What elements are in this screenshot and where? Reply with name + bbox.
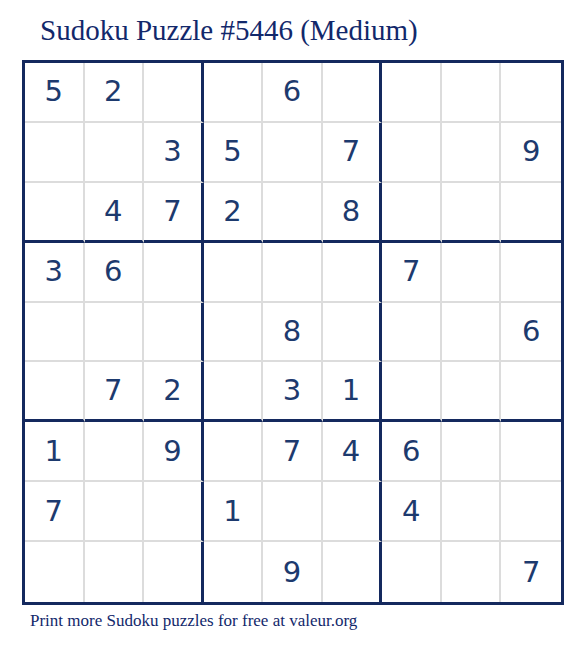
page-title: Sudoku Puzzle #5446 (Medium) <box>40 14 418 47</box>
cell-r9c6[interactable] <box>323 542 383 602</box>
cell-r7c9[interactable] <box>501 422 561 482</box>
cell-r6c2: 7 <box>85 362 145 422</box>
cell-r4c6[interactable] <box>323 243 383 303</box>
cell-r1c1: 5 <box>25 63 85 123</box>
cell-r2c4: 5 <box>204 123 264 183</box>
cell-r4c5[interactable] <box>263 243 323 303</box>
cell-r3c1[interactable] <box>25 183 85 243</box>
cell-r4c9[interactable] <box>501 243 561 303</box>
cell-r4c4[interactable] <box>204 243 264 303</box>
cell-r2c3: 3 <box>144 123 204 183</box>
cell-r9c1[interactable] <box>25 542 85 602</box>
cell-r8c7: 4 <box>382 482 442 542</box>
cell-r1c6[interactable] <box>323 63 383 123</box>
cell-r7c4[interactable] <box>204 422 264 482</box>
cell-r5c8[interactable] <box>442 303 502 363</box>
cell-r2c9: 9 <box>501 123 561 183</box>
cell-r8c9[interactable] <box>501 482 561 542</box>
cell-r6c6: 1 <box>323 362 383 422</box>
cell-r4c3[interactable] <box>144 243 204 303</box>
cell-r7c3: 9 <box>144 422 204 482</box>
cell-r9c4[interactable] <box>204 542 264 602</box>
cell-r9c3[interactable] <box>144 542 204 602</box>
cell-r8c4: 1 <box>204 482 264 542</box>
cell-r7c5: 7 <box>263 422 323 482</box>
cell-r9c7[interactable] <box>382 542 442 602</box>
cell-r2c8[interactable] <box>442 123 502 183</box>
cell-r6c8[interactable] <box>442 362 502 422</box>
cell-r2c1[interactable] <box>25 123 85 183</box>
cell-r5c7[interactable] <box>382 303 442 363</box>
cell-r9c5: 9 <box>263 542 323 602</box>
cell-r7c1: 1 <box>25 422 85 482</box>
cell-r6c4[interactable] <box>204 362 264 422</box>
cell-r5c3[interactable] <box>144 303 204 363</box>
cell-r4c2: 6 <box>85 243 145 303</box>
cell-r2c5[interactable] <box>263 123 323 183</box>
cell-r3c5[interactable] <box>263 183 323 243</box>
cell-r7c7: 6 <box>382 422 442 482</box>
cell-r5c1[interactable] <box>25 303 85 363</box>
cell-r6c3: 2 <box>144 362 204 422</box>
cell-r6c7[interactable] <box>382 362 442 422</box>
cell-r8c8[interactable] <box>442 482 502 542</box>
cell-r3c7[interactable] <box>382 183 442 243</box>
cell-r3c3: 7 <box>144 183 204 243</box>
cell-r7c6: 4 <box>323 422 383 482</box>
sudoku-page: Sudoku Puzzle #5446 (Medium) 52635794728… <box>0 0 574 651</box>
cell-r1c9[interactable] <box>501 63 561 123</box>
cell-r6c5: 3 <box>263 362 323 422</box>
cell-r8c3[interactable] <box>144 482 204 542</box>
cell-r4c1: 3 <box>25 243 85 303</box>
cell-r9c9: 7 <box>501 542 561 602</box>
cell-r7c8[interactable] <box>442 422 502 482</box>
cell-r4c8[interactable] <box>442 243 502 303</box>
cell-r9c8[interactable] <box>442 542 502 602</box>
cell-r1c5: 6 <box>263 63 323 123</box>
cell-r8c6[interactable] <box>323 482 383 542</box>
sudoku-grid: 526357947283678672311974671497 <box>22 60 564 605</box>
cell-r2c2[interactable] <box>85 123 145 183</box>
cell-r1c4[interactable] <box>204 63 264 123</box>
cell-r9c2[interactable] <box>85 542 145 602</box>
cell-r2c7[interactable] <box>382 123 442 183</box>
cell-r3c8[interactable] <box>442 183 502 243</box>
cell-r5c9: 6 <box>501 303 561 363</box>
cell-r6c1[interactable] <box>25 362 85 422</box>
cell-r5c2[interactable] <box>85 303 145 363</box>
cell-r1c8[interactable] <box>442 63 502 123</box>
cell-r4c7: 7 <box>382 243 442 303</box>
cell-r3c9[interactable] <box>501 183 561 243</box>
cell-r8c5[interactable] <box>263 482 323 542</box>
cell-r2c6: 7 <box>323 123 383 183</box>
cell-r6c9[interactable] <box>501 362 561 422</box>
cell-r3c2: 4 <box>85 183 145 243</box>
cell-r1c7[interactable] <box>382 63 442 123</box>
cell-r1c2: 2 <box>85 63 145 123</box>
cell-r8c1: 7 <box>25 482 85 542</box>
cell-r5c6[interactable] <box>323 303 383 363</box>
cell-r5c4[interactable] <box>204 303 264 363</box>
cell-r1c3[interactable] <box>144 63 204 123</box>
cell-r5c5: 8 <box>263 303 323 363</box>
cell-r8c2[interactable] <box>85 482 145 542</box>
cell-r3c4: 2 <box>204 183 264 243</box>
footer-text: Print more Sudoku puzzles for free at va… <box>30 611 357 631</box>
cell-r3c6: 8 <box>323 183 383 243</box>
cell-r7c2[interactable] <box>85 422 145 482</box>
